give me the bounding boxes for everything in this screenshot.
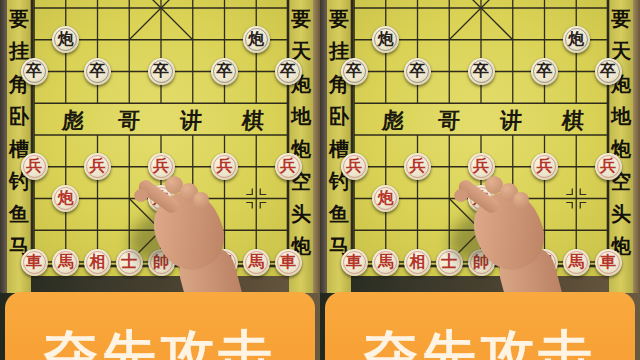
frame-char: 头 [289,201,313,227]
river-char: 彪 [377,105,409,135]
piece-black-卒: 卒 [341,58,368,85]
frame-char: 头 [609,201,633,227]
piece-black-卒: 卒 [148,58,175,85]
piece-red-馬: 馬 [243,249,270,276]
wood-frame-right [313,0,320,293]
piece-red-士: 士 [179,249,206,276]
piece-red-兵: 兵 [341,153,368,180]
piece-red-士: 士 [436,249,463,276]
piece-black-卒: 卒 [84,58,111,85]
piece-red-兵: 兵 [21,153,48,180]
piece-red-炮: 炮 [148,185,175,212]
piece-black-卒: 卒 [595,58,622,85]
piece-black-卒: 卒 [468,58,495,85]
piece-red-馬: 馬 [52,249,79,276]
video-panel: 要 挂 角 卧 槽 钓 鱼 马 要 天 炮 地 炮 空 头 炮 彪 [320,0,640,360]
piece-red-相: 相 [404,249,431,276]
piece-red-馬: 馬 [563,249,590,276]
frame-char: 要 [7,6,31,32]
wood-frame-right [633,0,640,293]
frame-char: 地 [609,103,633,129]
caption-text: 夺先攻击 [5,328,315,360]
caption-banner: 夺先攻击 [325,292,635,360]
piece-red-車: 車 [595,249,622,276]
piece-black-卒: 卒 [275,58,302,85]
piece-black-卒: 卒 [21,58,48,85]
frame-char: 要 [289,6,313,32]
river-char: 棋 [557,105,589,135]
piece-red-相: 相 [84,249,111,276]
screenshot-root: 要 挂 角 卧 槽 钓 鱼 马 要 天 炮 地 炮 空 头 炮 彪 [0,0,640,360]
frame-char: 地 [289,103,313,129]
frame-char: 卧 [7,103,31,129]
river-char: 哥 [113,105,145,135]
piece-red-車: 車 [21,249,48,276]
piece-red-帥: 帥 [148,249,175,276]
frame-char: 要 [327,6,351,32]
piece-red-兵: 兵 [468,153,495,180]
river-char: 彪 [57,105,89,135]
frame-char: 鱼 [7,201,31,227]
piece-red-馬: 馬 [372,249,399,276]
piece-red-兵: 兵 [595,153,622,180]
piece-red-士: 士 [499,249,526,276]
frame-char: 要 [609,6,633,32]
frame-char: 鱼 [327,201,351,227]
frame-text-strip-left: 要 挂 角 卧 槽 钓 鱼 马 [7,0,31,293]
wood-frame-left [0,0,7,293]
piece-black-炮: 炮 [563,26,590,53]
river-char: 讲 [495,105,527,135]
video-panel-left-slot: 要 挂 角 卧 槽 钓 鱼 马 要 天 炮 地 炮 空 头 炮 彪 [0,0,320,360]
piece-red-帥: 帥 [468,249,495,276]
piece-red-兵: 兵 [148,153,175,180]
piece-black-炮: 炮 [243,26,270,53]
caption-text: 夺先攻击 [325,328,635,360]
river-char: 棋 [237,105,269,135]
wood-frame-left [320,0,327,293]
piece-red-相: 相 [531,249,558,276]
piece-red-相: 相 [211,249,238,276]
piece-red-炮: 炮 [468,185,495,212]
caption-banner: 夺先攻击 [5,292,315,360]
river-char: 哥 [433,105,465,135]
piece-black-卒: 卒 [531,58,558,85]
frame-char: 卧 [327,103,351,129]
piece-red-車: 車 [275,249,302,276]
piece-red-兵: 兵 [275,153,302,180]
piece-red-士: 士 [116,249,143,276]
river-char: 讲 [175,105,207,135]
piece-black-卒: 卒 [211,58,238,85]
piece-black-卒: 卒 [404,58,431,85]
video-panel-right-slot: 要 挂 角 卧 槽 钓 鱼 马 要 天 炮 地 炮 空 头 炮 彪 [320,0,640,360]
video-panel: 要 挂 角 卧 槽 钓 鱼 马 要 天 炮 地 炮 空 头 炮 彪 [0,0,320,360]
piece-red-車: 車 [341,249,368,276]
frame-text-strip-left: 要 挂 角 卧 槽 钓 鱼 马 [327,0,351,293]
